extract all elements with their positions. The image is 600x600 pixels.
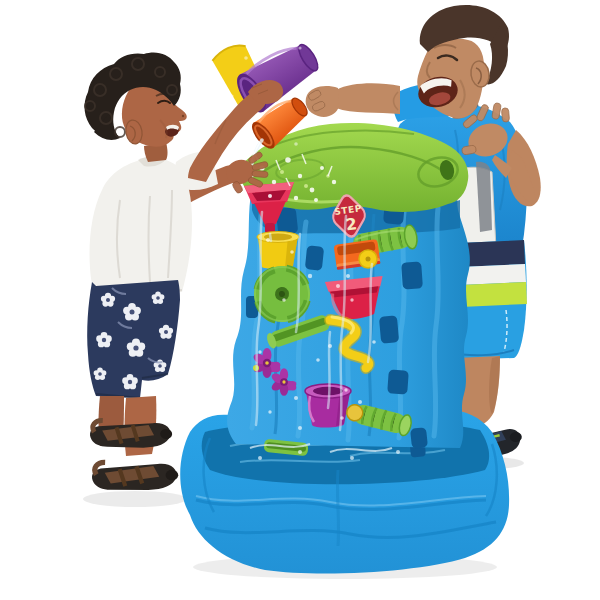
- boy-extended-arm: [332, 83, 401, 114]
- toddler-sandal-front: [92, 461, 179, 492]
- product-photo: STEP 2: [0, 0, 600, 600]
- scene-illustration: STEP 2: [0, 0, 600, 600]
- waterfall-wall-toy: STEP 2: [180, 123, 509, 574]
- toddler-shirt: [90, 157, 193, 298]
- toddler-head: [85, 52, 187, 162]
- yellow-disc-hub: [366, 257, 371, 262]
- toddler-nostril: [182, 115, 184, 117]
- bucket-yellow: [257, 232, 299, 269]
- toddler-shorts: [87, 280, 180, 398]
- boy-head: [415, 5, 509, 118]
